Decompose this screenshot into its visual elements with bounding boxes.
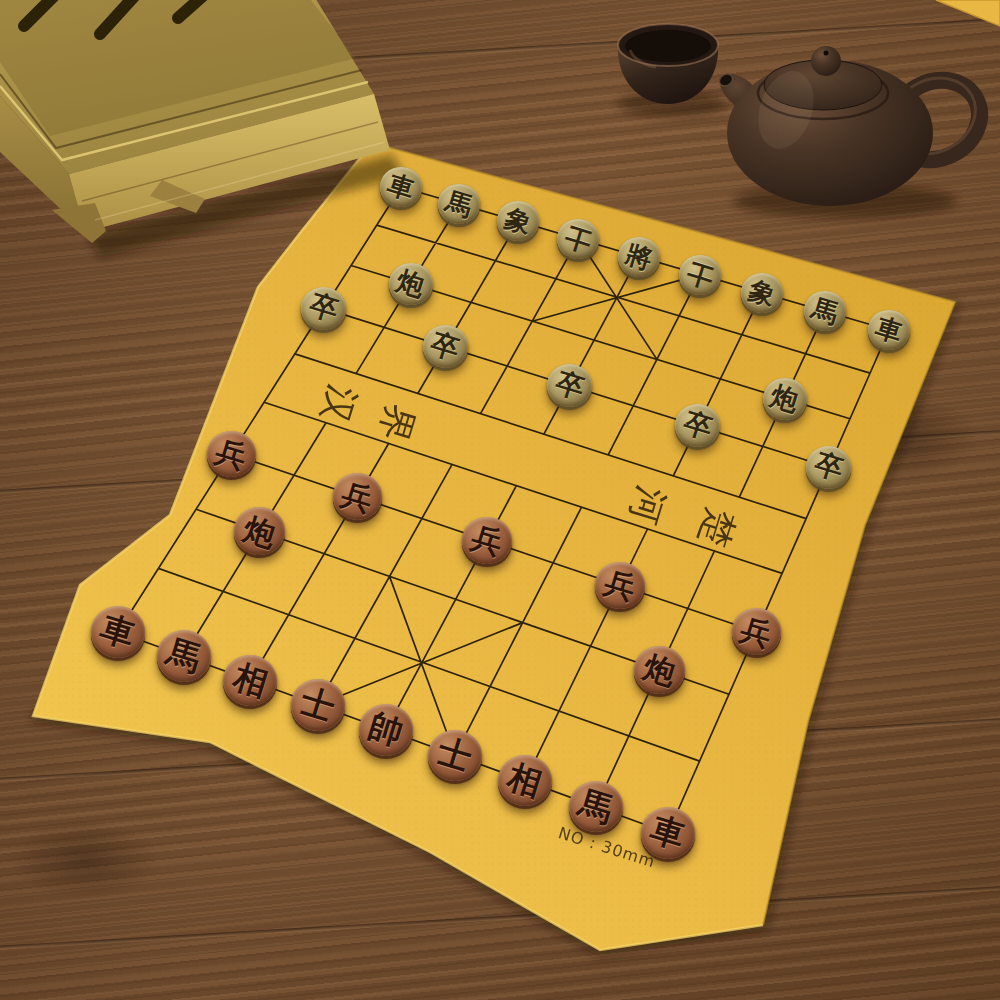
- piece-bronze-馬-b0[interactable]: 馬: [438, 184, 480, 224]
- piece-copper-馬-b9[interactable]: 馬: [157, 630, 211, 681]
- piece-copper-兵-g6[interactable]: 兵: [595, 562, 644, 609]
- piece-copper-炮-h7[interactable]: 炮: [634, 646, 685, 694]
- piece-copper-相-c9[interactable]: 相: [223, 655, 277, 706]
- piece-copper-兵-c6[interactable]: 兵: [333, 473, 382, 520]
- piece-bronze-炮-b2[interactable]: 炮: [389, 263, 433, 305]
- piece-bronze-卒-i3[interactable]: 卒: [806, 446, 851, 489]
- piece-bronze-將-e0[interactable]: 將: [618, 237, 660, 277]
- piece-copper-兵-i6[interactable]: 兵: [732, 608, 781, 655]
- photo-scene: 汉界河楚NO : 30mm: [0, 0, 1000, 1000]
- piece-bronze-車-i0[interactable]: 車: [868, 310, 910, 350]
- piece-bronze-馬-h0[interactable]: 馬: [804, 291, 846, 331]
- piece-copper-帥-e9[interactable]: 帥: [359, 704, 413, 755]
- piece-copper-士-f9[interactable]: 士: [428, 730, 482, 781]
- piece-copper-車-a9[interactable]: 車: [91, 606, 145, 657]
- piece-bronze-象-c0[interactable]: 象: [497, 201, 539, 241]
- piece-bronze-士-f0[interactable]: 士: [679, 255, 721, 295]
- piece-bronze-卒-a3[interactable]: 卒: [301, 287, 346, 330]
- piece-copper-兵-e6[interactable]: 兵: [462, 517, 511, 564]
- piece-bronze-卒-e3[interactable]: 卒: [547, 364, 592, 407]
- piece-bronze-卒-c3[interactable]: 卒: [423, 325, 468, 368]
- piece-bronze-卒-g3[interactable]: 卒: [675, 404, 720, 447]
- piece-copper-士-d9[interactable]: 士: [291, 679, 345, 730]
- piece-bronze-象-g0[interactable]: 象: [741, 273, 783, 313]
- piece-copper-兵-a6[interactable]: 兵: [207, 431, 256, 478]
- piece-copper-炮-b7[interactable]: 炮: [234, 507, 285, 555]
- piece-bronze-士-d0[interactable]: 士: [557, 219, 599, 259]
- piece-copper-相-g9[interactable]: 相: [498, 755, 552, 806]
- piece-bronze-炮-h2[interactable]: 炮: [763, 378, 807, 420]
- piece-bronze-車-a0[interactable]: 車: [380, 167, 422, 207]
- piece-copper-車-i9[interactable]: 車: [641, 807, 695, 858]
- pieces-layer: 車馬象士將士象馬車炮炮卒卒卒卒卒兵兵兵兵兵炮炮車馬相士帥士相馬車: [0, 0, 1000, 1000]
- piece-copper-馬-h9[interactable]: 馬: [569, 781, 623, 832]
